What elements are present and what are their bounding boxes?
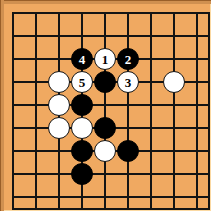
stone-black — [71, 163, 93, 185]
stone-white — [48, 117, 70, 139]
stone-white-move-5: 5 — [71, 71, 93, 93]
stone-black — [94, 71, 116, 93]
stone-black — [71, 140, 93, 162]
stone-black — [94, 117, 116, 139]
stone-white — [94, 140, 116, 162]
stone-black — [71, 94, 93, 116]
stone-black-move-4: 4 — [71, 48, 93, 70]
stone-black-move-2: 2 — [117, 48, 139, 70]
move-number-label: 1 — [102, 52, 109, 65]
cut-edge-light-right — [210, 4, 211, 211]
stones-layer: 41253 — [2, 2, 209, 209]
stone-white-move-1: 1 — [94, 48, 116, 70]
stone-black — [117, 140, 139, 162]
move-number-label: 3 — [125, 75, 132, 88]
move-number-label: 2 — [125, 52, 132, 65]
stone-white — [48, 71, 70, 93]
move-number-label: 4 — [79, 52, 86, 65]
move-number-label: 5 — [79, 75, 86, 88]
stone-white-move-3: 3 — [117, 71, 139, 93]
cut-edge-light-bottom — [4, 210, 211, 211]
stone-white — [71, 117, 93, 139]
stone-white — [163, 71, 185, 93]
go-board: 41253 — [0, 0, 211, 211]
stone-white — [48, 94, 70, 116]
